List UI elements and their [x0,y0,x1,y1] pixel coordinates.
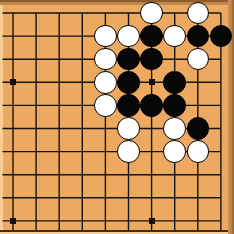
black-stone-p16 [117,71,140,94]
white-stone-o16 [94,71,117,94]
star-point-k10 [10,218,16,224]
white-stone-r14 [163,117,186,140]
star-point-k16 [10,79,16,85]
white-stone-o17 [94,48,117,71]
white-stone-o15 [94,94,117,117]
black-stone-q18 [140,25,163,48]
white-stone-p13 [117,140,140,163]
star-point-q16 [149,79,155,85]
star-point-q10 [149,218,155,224]
black-stone-r16 [163,71,186,94]
white-stone-p18 [117,25,140,48]
white-stone-q19 [140,2,163,25]
white-stone-o18 [94,25,117,48]
white-stone-s13 [187,140,210,163]
board-crop-edge [0,230,228,232]
white-stone-p14 [117,117,140,140]
white-stone-r13 [163,140,186,163]
black-stone-q15 [140,94,163,117]
black-stone-p15 [117,94,140,117]
black-stone-r15 [163,94,186,117]
black-stone-s14 [187,117,210,140]
black-stone-p17 [117,48,140,71]
go-diagram [0,0,234,234]
